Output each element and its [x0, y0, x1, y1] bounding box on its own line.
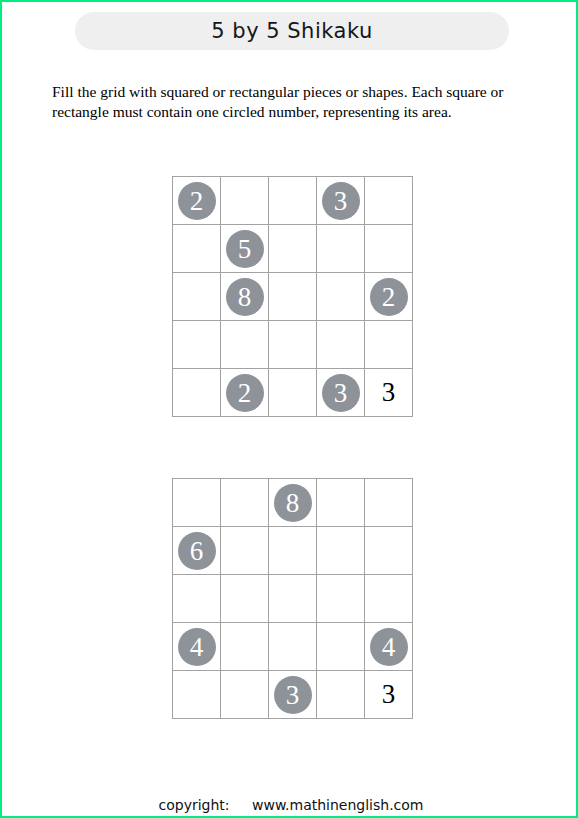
bottom-grid-cell-r5c2[interactable] [221, 671, 269, 719]
top-grid-cell-r2c3[interactable] [269, 225, 317, 273]
top-grid-cell-r2c1[interactable] [173, 225, 221, 273]
clue-circle: 2 [178, 182, 216, 220]
page-title: 5 by 5 Shikaku [211, 19, 372, 43]
bottom-grid-cell-r1c3[interactable]: 8 [269, 479, 317, 527]
top-grid-cell-r5c3[interactable] [269, 369, 317, 417]
copyright-label: copyright: [158, 797, 229, 813]
top-grid-cell-r3c4[interactable] [317, 273, 365, 321]
puzzle-number: 3 [382, 377, 396, 408]
footer: copyright: www.mathinenglish.com [2, 797, 578, 813]
top-grid-cell-r3c5[interactable]: 2 [365, 273, 413, 321]
top-grid-cell-r5c5[interactable]: 3 [365, 369, 413, 417]
bottom-grid-cell-r1c2[interactable] [221, 479, 269, 527]
bottom-grid-cell-r2c3[interactable] [269, 527, 317, 575]
top-grid-cell-r1c1[interactable]: 2 [173, 177, 221, 225]
instructions-text: Fill the grid with squared or rectangula… [52, 82, 504, 122]
clue-circle: 4 [178, 628, 216, 666]
bottom-grid-cell-r3c5[interactable] [365, 575, 413, 623]
clue-circle: 5 [226, 230, 264, 268]
top-grid-cell-r3c3[interactable] [269, 273, 317, 321]
top-grid-cell-r4c1[interactable] [173, 321, 221, 369]
top-grid-cell-r5c2[interactable]: 2 [221, 369, 269, 417]
bottom-grid-cell-r5c4[interactable] [317, 671, 365, 719]
instructions-line-2: rectangle must contain one circled numbe… [52, 103, 452, 120]
top-grid-cell-r5c4[interactable]: 3 [317, 369, 365, 417]
bottom-grid-cell-r2c2[interactable] [221, 527, 269, 575]
clue-circle: 8 [274, 484, 312, 522]
bottom-grid-cell-r2c5[interactable] [365, 527, 413, 575]
top-grid-cell-r5c1[interactable] [173, 369, 221, 417]
shikaku-grid-bottom: 864433 [172, 478, 413, 719]
bottom-grid-cell-r1c5[interactable] [365, 479, 413, 527]
top-grid-cell-r4c4[interactable] [317, 321, 365, 369]
bottom-grid-cell-r5c1[interactable] [173, 671, 221, 719]
clue-circle: 6 [178, 532, 216, 570]
top-grid-cell-r2c5[interactable] [365, 225, 413, 273]
clue-circle: 3 [274, 676, 312, 714]
top-grid-cell-r1c5[interactable] [365, 177, 413, 225]
bottom-grid-cell-r3c2[interactable] [221, 575, 269, 623]
bottom-grid-cell-r2c4[interactable] [317, 527, 365, 575]
top-grid-cell-r3c2[interactable]: 8 [221, 273, 269, 321]
puzzle-number: 3 [382, 679, 396, 710]
bottom-grid-cell-r4c4[interactable] [317, 623, 365, 671]
top-grid-cell-r3c1[interactable] [173, 273, 221, 321]
top-grid-cell-r4c3[interactable] [269, 321, 317, 369]
bottom-grid-cell-r4c1[interactable]: 4 [173, 623, 221, 671]
bottom-grid-cell-r4c3[interactable] [269, 623, 317, 671]
top-grid-cell-r1c3[interactable] [269, 177, 317, 225]
clue-circle: 8 [226, 278, 264, 316]
website-link[interactable]: www.mathinenglish.com [252, 797, 424, 813]
clue-circle: 3 [322, 374, 360, 412]
bottom-grid-cell-r3c4[interactable] [317, 575, 365, 623]
top-grid-cell-r4c5[interactable] [365, 321, 413, 369]
clue-circle: 4 [370, 628, 408, 666]
worksheet-page: 5 by 5 Shikaku Fill the grid with square… [0, 0, 578, 818]
top-grid-cell-r2c4[interactable] [317, 225, 365, 273]
top-grid-cell-r4c2[interactable] [221, 321, 269, 369]
top-grid-cell-r1c2[interactable] [221, 177, 269, 225]
top-grid-cell-r2c2[interactable]: 5 [221, 225, 269, 273]
bottom-grid-cell-r3c3[interactable] [269, 575, 317, 623]
clue-circle: 3 [322, 182, 360, 220]
top-grid-cell-r1c4[interactable]: 3 [317, 177, 365, 225]
bottom-grid-cell-r5c3[interactable]: 3 [269, 671, 317, 719]
bottom-grid-cell-r2c1[interactable]: 6 [173, 527, 221, 575]
clue-circle: 2 [370, 278, 408, 316]
bottom-grid-cell-r1c1[interactable] [173, 479, 221, 527]
bottom-grid-cell-r4c5[interactable]: 4 [365, 623, 413, 671]
bottom-grid-cell-r5c5[interactable]: 3 [365, 671, 413, 719]
instructions-line-1: Fill the grid with squared or rectangula… [52, 83, 504, 100]
bottom-grid-cell-r4c2[interactable] [221, 623, 269, 671]
shikaku-grid-top: 23582233 [172, 176, 413, 417]
bottom-grid-cell-r3c1[interactable] [173, 575, 221, 623]
clue-circle: 2 [226, 374, 264, 412]
title-banner: 5 by 5 Shikaku [75, 12, 509, 50]
bottom-grid-cell-r1c4[interactable] [317, 479, 365, 527]
